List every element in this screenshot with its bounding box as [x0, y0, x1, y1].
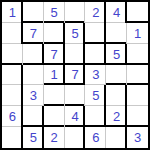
- cell-r5-c6[interactable]: [106, 85, 127, 106]
- given-digit: 1: [9, 6, 16, 19]
- cell-r1-c2[interactable]: [23, 2, 44, 23]
- cell-r1-c7[interactable]: [127, 2, 148, 23]
- cell-r7-c5[interactable]: 6: [85, 127, 106, 148]
- cell-r3-c5[interactable]: [85, 44, 106, 65]
- given-digit: 5: [51, 6, 58, 19]
- cell-r5-c2[interactable]: 3: [23, 85, 44, 106]
- cell-r3-c6[interactable]: 5: [106, 44, 127, 65]
- given-digit: 3: [134, 131, 141, 144]
- cell-r5-c5[interactable]: 5: [85, 85, 106, 106]
- cell-r3-c2[interactable]: [23, 44, 44, 65]
- cell-r6-c3[interactable]: [44, 106, 65, 127]
- cell-r1-c1[interactable]: 1: [2, 2, 23, 23]
- given-digit: 5: [113, 48, 120, 61]
- cell-r7-c7[interactable]: 3: [127, 127, 148, 148]
- cell-r5-c1[interactable]: [2, 85, 23, 106]
- cell-r1-c5[interactable]: 2: [85, 2, 106, 23]
- given-digit: 2: [51, 131, 58, 144]
- given-digit: 5: [71, 27, 78, 40]
- cell-r2-c4[interactable]: 5: [65, 23, 86, 44]
- cell-r3-c3[interactable]: 7: [44, 44, 65, 65]
- cell-r2-c5[interactable]: [85, 23, 106, 44]
- given-digit: 5: [30, 131, 37, 144]
- cell-r6-c6[interactable]: 2: [106, 106, 127, 127]
- given-digit: 3: [92, 68, 99, 81]
- given-digit: 7: [51, 48, 58, 61]
- given-digit: 7: [30, 27, 37, 40]
- cell-r2-c3[interactable]: [44, 23, 65, 44]
- cell-r2-c6[interactable]: [106, 23, 127, 44]
- cell-r4-c3[interactable]: 1: [44, 65, 65, 86]
- cell-r4-c6[interactable]: [106, 65, 127, 86]
- given-digit: 6: [92, 131, 99, 144]
- given-digit: 5: [92, 89, 99, 102]
- given-digit: 1: [51, 68, 58, 81]
- cell-r2-c2[interactable]: 7: [23, 23, 44, 44]
- cell-r6-c2[interactable]: [23, 106, 44, 127]
- cell-r7-c6[interactable]: [106, 127, 127, 148]
- given-digit: 2: [92, 6, 99, 19]
- cell-r1-c6[interactable]: 4: [106, 2, 127, 23]
- given-digit: 7: [71, 68, 78, 81]
- cell-r6-c1[interactable]: 6: [2, 106, 23, 127]
- given-digit: 6: [9, 110, 16, 123]
- given-digit: 4: [71, 110, 78, 123]
- cell-r3-c4[interactable]: [65, 44, 86, 65]
- cell-r7-c1[interactable]: [2, 127, 23, 148]
- cell-r4-c1[interactable]: [2, 65, 23, 86]
- cell-r4-c7[interactable]: [127, 65, 148, 86]
- cell-r4-c5[interactable]: 3: [85, 65, 106, 86]
- puzzle-board: 152475175173356425263: [0, 0, 150, 150]
- cell-r7-c2[interactable]: 5: [23, 127, 44, 148]
- given-digit: 2: [113, 110, 120, 123]
- cell-r4-c2[interactable]: [23, 65, 44, 86]
- cell-r5-c3[interactable]: [44, 85, 65, 106]
- cell-r2-c1[interactable]: [2, 23, 23, 44]
- cell-r3-c7[interactable]: [127, 44, 148, 65]
- cell-r1-c4[interactable]: [65, 2, 86, 23]
- given-digit: 1: [134, 27, 141, 40]
- cell-r2-c7[interactable]: 1: [127, 23, 148, 44]
- cell-r6-c4[interactable]: 4: [65, 106, 86, 127]
- cell-r1-c3[interactable]: 5: [44, 2, 65, 23]
- cell-r5-c7[interactable]: [127, 85, 148, 106]
- cell-r5-c4[interactable]: [65, 85, 86, 106]
- cell-r6-c7[interactable]: [127, 106, 148, 127]
- cell-r7-c3[interactable]: 2: [44, 127, 65, 148]
- cell-r6-c5[interactable]: [85, 106, 106, 127]
- given-digit: 3: [30, 89, 37, 102]
- cell-r3-c1[interactable]: [2, 44, 23, 65]
- cell-r4-c4[interactable]: 7: [65, 65, 86, 86]
- cell-r7-c4[interactable]: [65, 127, 86, 148]
- given-digit: 4: [113, 6, 120, 19]
